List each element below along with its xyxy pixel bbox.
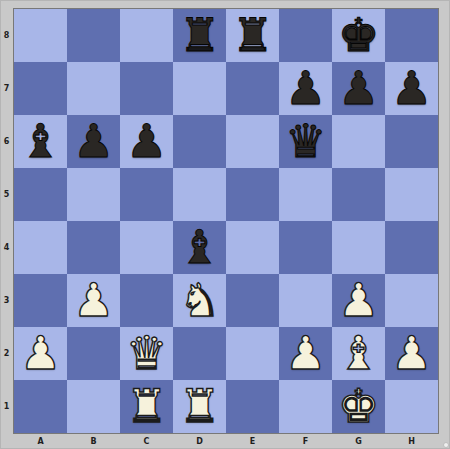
square-b1[interactable] bbox=[67, 380, 120, 433]
square-h1[interactable] bbox=[385, 380, 438, 433]
white-pawn[interactable]: ♟ bbox=[338, 274, 379, 327]
square-d3[interactable]: ♞ bbox=[173, 274, 226, 327]
rank-label-2: 2 bbox=[0, 327, 13, 380]
square-g7[interactable]: ♟ bbox=[332, 62, 385, 115]
black-bishop[interactable]: ♝ bbox=[179, 221, 220, 274]
square-e3[interactable] bbox=[226, 274, 279, 327]
white-knight[interactable]: ♞ bbox=[179, 274, 220, 327]
file-label-c: C bbox=[120, 435, 173, 448]
square-a1[interactable] bbox=[14, 380, 67, 433]
chess-board-window: 87654321 ♜♜♚♟♟♟♝♟♟♛♝♟♞♟♟♛♟♝♟♜♜♚ ABCDEFGH bbox=[0, 0, 450, 449]
square-a2[interactable]: ♟ bbox=[14, 327, 67, 380]
file-label-g: G bbox=[332, 435, 385, 448]
white-rook[interactable]: ♜ bbox=[179, 380, 220, 433]
square-a6[interactable]: ♝ bbox=[14, 115, 67, 168]
black-queen[interactable]: ♛ bbox=[285, 115, 326, 168]
square-g2[interactable]: ♝ bbox=[332, 327, 385, 380]
square-c6[interactable]: ♟ bbox=[120, 115, 173, 168]
square-b8[interactable] bbox=[67, 9, 120, 62]
square-a4[interactable] bbox=[14, 221, 67, 274]
black-pawn[interactable]: ♟ bbox=[391, 62, 432, 115]
square-h4[interactable] bbox=[385, 221, 438, 274]
square-a3[interactable] bbox=[14, 274, 67, 327]
square-e1[interactable] bbox=[226, 380, 279, 433]
black-pawn[interactable]: ♟ bbox=[126, 115, 167, 168]
square-h5[interactable] bbox=[385, 168, 438, 221]
square-b3[interactable]: ♟ bbox=[67, 274, 120, 327]
file-label-d: D bbox=[173, 435, 226, 448]
black-bishop[interactable]: ♝ bbox=[20, 115, 61, 168]
square-e4[interactable] bbox=[226, 221, 279, 274]
white-pawn[interactable]: ♟ bbox=[73, 274, 114, 327]
square-e5[interactable] bbox=[226, 168, 279, 221]
square-b2[interactable] bbox=[67, 327, 120, 380]
square-f2[interactable]: ♟ bbox=[279, 327, 332, 380]
square-d8[interactable]: ♜ bbox=[173, 9, 226, 62]
square-c5[interactable] bbox=[120, 168, 173, 221]
rank-label-5: 5 bbox=[0, 168, 13, 221]
black-pawn[interactable]: ♟ bbox=[285, 62, 326, 115]
black-king[interactable]: ♚ bbox=[338, 9, 379, 62]
square-f1[interactable] bbox=[279, 380, 332, 433]
square-f6[interactable]: ♛ bbox=[279, 115, 332, 168]
black-rook[interactable]: ♜ bbox=[179, 9, 220, 62]
black-pawn[interactable]: ♟ bbox=[73, 115, 114, 168]
corner-dot-icon bbox=[443, 442, 449, 448]
square-b6[interactable]: ♟ bbox=[67, 115, 120, 168]
black-rook[interactable]: ♜ bbox=[232, 9, 273, 62]
square-f3[interactable] bbox=[279, 274, 332, 327]
white-queen[interactable]: ♛ bbox=[126, 327, 167, 380]
rank-label-7: 7 bbox=[0, 62, 13, 115]
square-c3[interactable] bbox=[120, 274, 173, 327]
square-b5[interactable] bbox=[67, 168, 120, 221]
square-f8[interactable] bbox=[279, 9, 332, 62]
square-e6[interactable] bbox=[226, 115, 279, 168]
rank-labels: 87654321 bbox=[0, 9, 13, 433]
file-labels: ABCDEFGH bbox=[14, 435, 438, 448]
white-rook[interactable]: ♜ bbox=[126, 380, 167, 433]
square-c8[interactable] bbox=[120, 9, 173, 62]
square-d2[interactable] bbox=[173, 327, 226, 380]
square-h3[interactable] bbox=[385, 274, 438, 327]
square-g5[interactable] bbox=[332, 168, 385, 221]
rank-label-8: 8 bbox=[0, 9, 13, 62]
square-d6[interactable] bbox=[173, 115, 226, 168]
square-e7[interactable] bbox=[226, 62, 279, 115]
square-e8[interactable]: ♜ bbox=[226, 9, 279, 62]
file-label-b: B bbox=[67, 435, 120, 448]
square-g6[interactable] bbox=[332, 115, 385, 168]
square-f7[interactable]: ♟ bbox=[279, 62, 332, 115]
square-h2[interactable]: ♟ bbox=[385, 327, 438, 380]
file-label-h: H bbox=[385, 435, 438, 448]
white-king[interactable]: ♚ bbox=[338, 380, 379, 433]
file-label-a: A bbox=[14, 435, 67, 448]
square-f5[interactable] bbox=[279, 168, 332, 221]
square-c1[interactable]: ♜ bbox=[120, 380, 173, 433]
square-h7[interactable]: ♟ bbox=[385, 62, 438, 115]
square-c7[interactable] bbox=[120, 62, 173, 115]
white-pawn[interactable]: ♟ bbox=[285, 327, 326, 380]
rank-label-3: 3 bbox=[0, 274, 13, 327]
square-d5[interactable] bbox=[173, 168, 226, 221]
square-h8[interactable] bbox=[385, 9, 438, 62]
square-f4[interactable] bbox=[279, 221, 332, 274]
black-pawn[interactable]: ♟ bbox=[338, 62, 379, 115]
rank-label-4: 4 bbox=[0, 221, 13, 274]
file-label-f: F bbox=[279, 435, 332, 448]
rank-label-1: 1 bbox=[0, 380, 13, 433]
square-c4[interactable] bbox=[120, 221, 173, 274]
square-d4[interactable]: ♝ bbox=[173, 221, 226, 274]
square-g1[interactable]: ♚ bbox=[332, 380, 385, 433]
square-d7[interactable] bbox=[173, 62, 226, 115]
file-label-e: E bbox=[226, 435, 279, 448]
square-g8[interactable]: ♚ bbox=[332, 9, 385, 62]
square-d1[interactable]: ♜ bbox=[173, 380, 226, 433]
white-pawn[interactable]: ♟ bbox=[391, 327, 432, 380]
square-h6[interactable] bbox=[385, 115, 438, 168]
square-b4[interactable] bbox=[67, 221, 120, 274]
square-c2[interactable]: ♛ bbox=[120, 327, 173, 380]
rank-label-6: 6 bbox=[0, 115, 13, 168]
white-pawn[interactable]: ♟ bbox=[20, 327, 61, 380]
square-g4[interactable] bbox=[332, 221, 385, 274]
square-b7[interactable] bbox=[67, 62, 120, 115]
square-a5[interactable] bbox=[14, 168, 67, 221]
white-bishop[interactable]: ♝ bbox=[338, 327, 379, 380]
square-e2[interactable] bbox=[226, 327, 279, 380]
square-a7[interactable] bbox=[14, 62, 67, 115]
square-g3[interactable]: ♟ bbox=[332, 274, 385, 327]
square-a8[interactable] bbox=[14, 9, 67, 62]
chess-board[interactable]: ♜♜♚♟♟♟♝♟♟♛♝♟♞♟♟♛♟♝♟♜♜♚ bbox=[13, 8, 439, 434]
